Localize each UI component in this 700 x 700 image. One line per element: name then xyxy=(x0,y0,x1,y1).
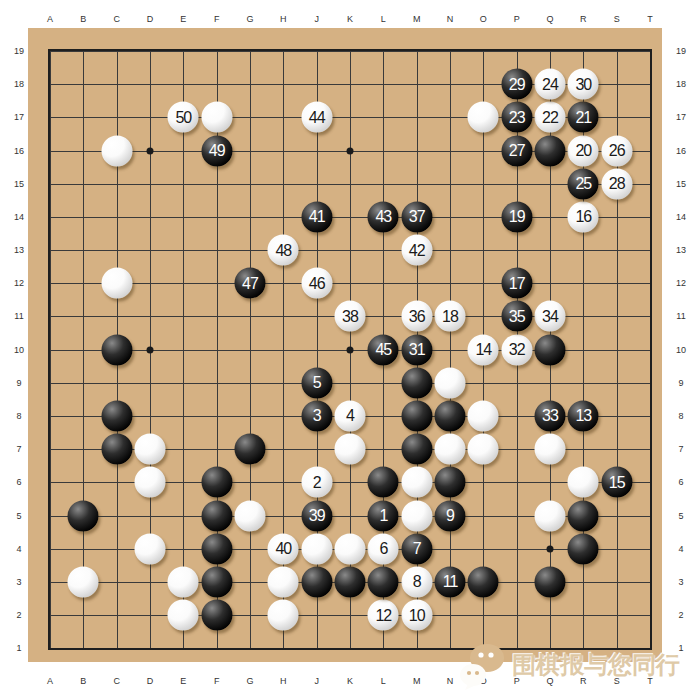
stone-white-L2-move-12[interactable]: 12 xyxy=(368,600,399,631)
row-label-left-6: 6 xyxy=(16,477,21,487)
stone-black-R5[interactable] xyxy=(568,500,599,531)
col-label-bottom-F: F xyxy=(214,676,220,686)
col-label-bottom-A: A xyxy=(47,676,53,686)
col-label-bottom-E: E xyxy=(180,676,186,686)
stone-black-Q8-move-33[interactable]: 33 xyxy=(534,400,565,431)
stone-white-B3[interactable] xyxy=(68,566,99,597)
row-label-right-2: 2 xyxy=(678,610,683,620)
row-label-right-5: 5 xyxy=(678,511,683,521)
row-label-left-11: 11 xyxy=(14,311,23,321)
stone-white-K8-move-4[interactable]: 4 xyxy=(334,400,365,431)
stone-white-Q11-move-34[interactable]: 34 xyxy=(534,301,565,332)
row-label-right-18: 18 xyxy=(676,79,686,89)
row-label-right-17: 17 xyxy=(676,112,686,122)
stone-white-K7[interactable] xyxy=(334,434,365,465)
stone-white-F17[interactable] xyxy=(201,102,232,133)
stone-white-N9[interactable] xyxy=(434,367,465,398)
row-label-left-15: 15 xyxy=(14,179,24,189)
stone-white-C12[interactable] xyxy=(101,268,132,299)
col-label-top-A: A xyxy=(47,14,53,24)
star-point-D10 xyxy=(146,346,153,353)
row-label-right-9: 9 xyxy=(678,378,683,388)
stone-white-O7[interactable] xyxy=(468,434,499,465)
col-label-bottom-S: S xyxy=(614,676,620,686)
stone-black-J8-move-3[interactable]: 3 xyxy=(301,400,332,431)
stone-black-K3[interactable] xyxy=(334,566,365,597)
col-label-top-L: L xyxy=(381,14,386,24)
col-label-bottom-D: D xyxy=(147,676,154,686)
stone-black-L5-move-1[interactable]: 1 xyxy=(368,500,399,531)
stone-black-M14-move-37[interactable]: 37 xyxy=(401,201,432,232)
stone-black-F5[interactable] xyxy=(201,500,232,531)
stone-white-Q5[interactable] xyxy=(534,500,565,531)
stone-white-Q17-move-22[interactable]: 22 xyxy=(534,102,565,133)
stone-black-Q3[interactable] xyxy=(534,566,565,597)
stone-black-L14-move-43[interactable]: 43 xyxy=(368,201,399,232)
col-label-bottom-R: R xyxy=(580,676,587,686)
col-label-bottom-Q: Q xyxy=(546,676,553,686)
stone-black-M7[interactable] xyxy=(401,434,432,465)
stone-black-J3[interactable] xyxy=(301,566,332,597)
col-label-top-S: S xyxy=(614,14,620,24)
col-label-top-H: H xyxy=(280,14,287,24)
col-label-top-R: R xyxy=(580,14,587,24)
col-label-bottom-H: H xyxy=(280,676,287,686)
stone-black-F2[interactable] xyxy=(201,600,232,631)
stone-black-M10-move-31[interactable]: 31 xyxy=(401,334,432,365)
row-label-left-12: 12 xyxy=(14,278,24,288)
stone-black-P16-move-27[interactable]: 27 xyxy=(501,135,532,166)
row-label-left-8: 8 xyxy=(16,411,21,421)
row-label-right-11: 11 xyxy=(676,311,685,321)
star-point-K10 xyxy=(346,346,353,353)
col-label-bottom-K: K xyxy=(347,676,353,686)
stone-white-M5[interactable] xyxy=(401,500,432,531)
stone-black-P17-move-23[interactable]: 23 xyxy=(501,102,532,133)
stone-black-R15-move-25[interactable]: 25 xyxy=(568,168,599,199)
stone-black-F4[interactable] xyxy=(201,533,232,564)
stone-black-L10-move-45[interactable]: 45 xyxy=(368,334,399,365)
stone-black-C8[interactable] xyxy=(101,400,132,431)
stone-white-M2-move-10[interactable]: 10 xyxy=(401,600,432,631)
col-label-top-M: M xyxy=(413,14,421,24)
col-label-bottom-O: O xyxy=(480,676,487,686)
stone-black-N6[interactable] xyxy=(434,467,465,498)
stone-white-H13-move-48[interactable]: 48 xyxy=(268,235,299,266)
stone-white-K11-move-38[interactable]: 38 xyxy=(334,301,365,332)
col-label-top-B: B xyxy=(80,14,86,24)
col-label-bottom-M: M xyxy=(413,676,421,686)
stone-white-M13-move-42[interactable]: 42 xyxy=(401,235,432,266)
row-label-right-19: 19 xyxy=(676,46,686,56)
col-label-top-Q: Q xyxy=(546,14,553,24)
stone-white-M11-move-36[interactable]: 36 xyxy=(401,301,432,332)
stone-white-Q18-move-24[interactable]: 24 xyxy=(534,69,565,100)
col-label-top-P: P xyxy=(514,14,520,24)
stone-white-H4-move-40[interactable]: 40 xyxy=(268,533,299,564)
stone-black-C10[interactable] xyxy=(101,334,132,365)
row-label-left-7: 7 xyxy=(16,444,21,454)
col-label-bottom-P: P xyxy=(514,676,520,686)
col-label-top-C: C xyxy=(113,14,120,24)
row-label-right-6: 6 xyxy=(678,477,683,487)
stone-black-C7[interactable] xyxy=(101,434,132,465)
row-label-right-4: 4 xyxy=(678,544,683,554)
stone-white-N11-move-18[interactable]: 18 xyxy=(434,301,465,332)
stone-black-S6-move-15[interactable]: 15 xyxy=(601,467,632,498)
stone-black-M9[interactable] xyxy=(401,367,432,398)
stone-white-S15-move-28[interactable]: 28 xyxy=(601,168,632,199)
row-label-left-3: 3 xyxy=(16,577,21,587)
stone-black-O3[interactable] xyxy=(468,566,499,597)
stone-white-R6[interactable] xyxy=(568,467,599,498)
row-label-left-18: 18 xyxy=(14,79,24,89)
stone-white-H3[interactable] xyxy=(268,566,299,597)
stone-white-J4[interactable] xyxy=(301,533,332,564)
stone-white-J17-move-44[interactable]: 44 xyxy=(301,102,332,133)
stone-black-F16-move-49[interactable]: 49 xyxy=(201,135,232,166)
row-label-left-17: 17 xyxy=(14,112,24,122)
stone-white-E17-move-50[interactable]: 50 xyxy=(168,102,199,133)
col-label-top-G: G xyxy=(246,14,253,24)
stone-black-P18-move-29[interactable]: 29 xyxy=(501,69,532,100)
stone-black-R8-move-13[interactable]: 13 xyxy=(568,400,599,431)
stone-white-C16[interactable] xyxy=(101,135,132,166)
row-label-right-14: 14 xyxy=(676,212,686,222)
stone-white-Q7[interactable] xyxy=(534,434,565,465)
stone-black-L6[interactable] xyxy=(368,467,399,498)
star-point-K16 xyxy=(346,147,353,154)
col-label-top-J: J xyxy=(314,14,319,24)
star-point-Q4 xyxy=(546,545,553,552)
stone-white-G5[interactable] xyxy=(234,500,265,531)
stone-white-D4[interactable] xyxy=(134,533,165,564)
stone-black-N8[interactable] xyxy=(434,400,465,431)
stone-black-N5-move-9[interactable]: 9 xyxy=(434,500,465,531)
stone-white-M3-move-8[interactable]: 8 xyxy=(401,566,432,597)
col-label-top-E: E xyxy=(180,14,186,24)
stone-black-B5[interactable] xyxy=(68,500,99,531)
stone-black-F3[interactable] xyxy=(201,566,232,597)
stone-white-D6[interactable] xyxy=(134,467,165,498)
col-label-bottom-T: T xyxy=(647,676,653,686)
row-label-left-4: 4 xyxy=(16,544,21,554)
col-label-top-N: N xyxy=(447,14,454,24)
stone-black-Q10[interactable] xyxy=(534,334,565,365)
stone-white-O17[interactable] xyxy=(468,102,499,133)
row-label-right-3: 3 xyxy=(678,577,683,587)
stone-white-R16-move-20[interactable]: 20 xyxy=(568,135,599,166)
row-label-left-14: 14 xyxy=(14,212,24,222)
col-label-bottom-L: L xyxy=(381,676,386,686)
stone-black-L3[interactable] xyxy=(368,566,399,597)
stone-white-E2[interactable] xyxy=(168,600,199,631)
stone-black-G12-move-47[interactable]: 47 xyxy=(234,268,265,299)
row-label-left-16: 16 xyxy=(14,146,24,156)
col-label-bottom-C: C xyxy=(113,676,120,686)
stone-white-O10-move-14[interactable]: 14 xyxy=(468,334,499,365)
stone-white-N7[interactable] xyxy=(434,434,465,465)
row-label-right-7: 7 xyxy=(678,444,683,454)
row-label-left-19: 19 xyxy=(14,46,24,56)
col-label-top-F: F xyxy=(214,14,220,24)
col-label-top-T: T xyxy=(647,14,653,24)
row-label-right-16: 16 xyxy=(676,146,686,156)
stone-white-J12-move-46[interactable]: 46 xyxy=(301,268,332,299)
col-label-bottom-J: J xyxy=(314,676,319,686)
stone-black-R4[interactable] xyxy=(568,533,599,564)
stone-white-P10-move-32[interactable]: 32 xyxy=(501,334,532,365)
stone-black-P11-move-35[interactable]: 35 xyxy=(501,301,532,332)
col-label-top-D: D xyxy=(147,14,154,24)
stone-black-P14-move-19[interactable]: 19 xyxy=(501,201,532,232)
row-label-left-5: 5 xyxy=(16,511,21,521)
col-label-top-K: K xyxy=(347,14,353,24)
stone-white-O8[interactable] xyxy=(468,400,499,431)
row-label-right-1: 1 xyxy=(678,643,683,653)
star-point-D16 xyxy=(146,147,153,154)
stone-white-L4-move-6[interactable]: 6 xyxy=(368,533,399,564)
stone-black-G7[interactable] xyxy=(234,434,265,465)
stone-black-J14-move-41[interactable]: 41 xyxy=(301,201,332,232)
col-label-bottom-G: G xyxy=(246,676,253,686)
stone-white-H2[interactable] xyxy=(268,600,299,631)
row-label-left-2: 2 xyxy=(16,610,21,620)
stone-white-R18-move-30[interactable]: 30 xyxy=(568,69,599,100)
stone-black-R17-move-21[interactable]: 21 xyxy=(568,102,599,133)
stone-white-J6-move-2[interactable]: 2 xyxy=(301,467,332,498)
stone-white-E3[interactable] xyxy=(168,566,199,597)
col-label-bottom-B: B xyxy=(80,676,86,686)
row-label-right-13: 13 xyxy=(676,245,686,255)
go-diagram: ABCDEFGHJKLMNOPQRST ABCDEFGHJKLMNOPQRST … xyxy=(0,0,700,700)
col-label-bottom-N: N xyxy=(447,676,454,686)
stone-black-J5-move-39[interactable]: 39 xyxy=(301,500,332,531)
row-label-right-15: 15 xyxy=(676,179,686,189)
col-label-top-O: O xyxy=(480,14,487,24)
stone-white-D7[interactable] xyxy=(134,434,165,465)
stone-white-R14-move-16[interactable]: 16 xyxy=(568,201,599,232)
row-label-right-8: 8 xyxy=(678,411,683,421)
row-label-right-12: 12 xyxy=(676,278,686,288)
stone-black-J9-move-5[interactable]: 5 xyxy=(301,367,332,398)
stone-white-M6[interactable] xyxy=(401,467,432,498)
stone-white-K4[interactable] xyxy=(334,533,365,564)
stone-black-M8[interactable] xyxy=(401,400,432,431)
row-label-left-9: 9 xyxy=(16,378,21,388)
row-label-left-1: 1 xyxy=(16,643,21,653)
row-label-left-13: 13 xyxy=(14,245,24,255)
stone-black-Q16[interactable] xyxy=(534,135,565,166)
stone-black-P12-move-17[interactable]: 17 xyxy=(501,268,532,299)
stone-white-S16-move-26[interactable]: 26 xyxy=(601,135,632,166)
stone-black-M4-move-7[interactable]: 7 xyxy=(401,533,432,564)
row-label-right-10: 10 xyxy=(676,345,686,355)
stone-black-F6[interactable] xyxy=(201,467,232,498)
row-label-left-10: 10 xyxy=(14,345,24,355)
stone-black-N3-move-11[interactable]: 11 xyxy=(434,566,465,597)
